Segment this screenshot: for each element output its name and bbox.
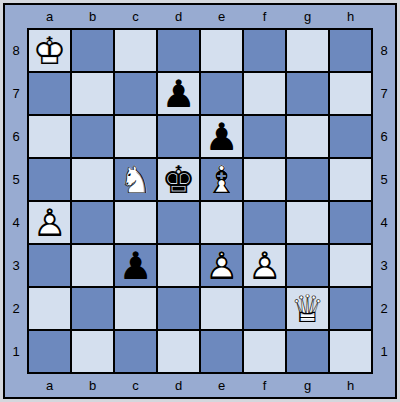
- square-f1[interactable]: [244, 331, 285, 372]
- file-label-g: g: [304, 379, 311, 392]
- white-king: ♚♔: [29, 30, 70, 71]
- chess-board: ♚♔♟♟♞♘♚♝♗♟♙♟♟♙♟♙♛♕: [27, 28, 373, 374]
- square-d4[interactable]: [158, 202, 199, 243]
- square-f7[interactable]: [244, 73, 285, 114]
- square-g6[interactable]: [287, 116, 328, 157]
- square-b6[interactable]: [72, 116, 113, 157]
- white-pawn: ♟♙: [29, 202, 70, 243]
- file-label-f: f: [263, 379, 267, 392]
- square-d6[interactable]: [158, 116, 199, 157]
- square-f8[interactable]: [244, 30, 285, 71]
- square-c3[interactable]: ♟: [115, 245, 156, 286]
- coordinate-band: abcdefgh 87654321 ♚♔♟♟♞♘♚♝♗♟♙♟♟♙♟♙♛♕ 876…: [5, 5, 395, 397]
- rank-label-2: 2: [12, 302, 19, 315]
- square-b4[interactable]: [72, 202, 113, 243]
- square-b7[interactable]: [72, 73, 113, 114]
- file-label-h: h: [347, 10, 354, 23]
- square-d1[interactable]: [158, 331, 199, 372]
- rank-label-4: 4: [380, 216, 387, 229]
- square-d5[interactable]: ♚: [158, 159, 199, 200]
- file-label-c: c: [132, 379, 139, 392]
- rank-label-6: 6: [380, 130, 387, 143]
- square-a8[interactable]: ♚♔: [29, 30, 70, 71]
- square-f4[interactable]: [244, 202, 285, 243]
- square-c2[interactable]: [115, 288, 156, 329]
- square-c6[interactable]: [115, 116, 156, 157]
- rank-label-6: 6: [12, 130, 19, 143]
- rank-label-8: 8: [12, 44, 19, 57]
- file-label-g: g: [304, 10, 311, 23]
- black-king: ♚: [158, 159, 199, 200]
- file-label-e: e: [218, 379, 225, 392]
- rank-label-1: 1: [380, 345, 387, 358]
- square-d7[interactable]: ♟: [158, 73, 199, 114]
- square-h5[interactable]: [330, 159, 371, 200]
- square-d8[interactable]: [158, 30, 199, 71]
- black-pawn: ♟: [201, 116, 242, 157]
- square-h1[interactable]: [330, 331, 371, 372]
- rank-label-8: 8: [380, 44, 387, 57]
- square-a6[interactable]: [29, 116, 70, 157]
- square-b5[interactable]: [72, 159, 113, 200]
- rank-labels-right: 87654321: [373, 28, 395, 374]
- square-c4[interactable]: [115, 202, 156, 243]
- square-c5[interactable]: ♞♘: [115, 159, 156, 200]
- white-knight: ♞♘: [115, 159, 156, 200]
- rank-label-7: 7: [12, 87, 19, 100]
- square-a3[interactable]: [29, 245, 70, 286]
- square-h7[interactable]: [330, 73, 371, 114]
- square-d3[interactable]: [158, 245, 199, 286]
- square-b3[interactable]: [72, 245, 113, 286]
- square-e2[interactable]: [201, 288, 242, 329]
- file-label-b: b: [89, 379, 96, 392]
- square-b8[interactable]: [72, 30, 113, 71]
- square-h4[interactable]: [330, 202, 371, 243]
- file-label-a: a: [46, 379, 53, 392]
- square-a4[interactable]: ♟♙: [29, 202, 70, 243]
- square-g1[interactable]: [287, 331, 328, 372]
- file-label-a: a: [46, 10, 53, 23]
- white-queen: ♛♕: [287, 288, 328, 329]
- square-c1[interactable]: [115, 331, 156, 372]
- rank-label-1: 1: [12, 345, 19, 358]
- rank-label-3: 3: [380, 259, 387, 272]
- square-g7[interactable]: [287, 73, 328, 114]
- square-c8[interactable]: [115, 30, 156, 71]
- square-g5[interactable]: [287, 159, 328, 200]
- square-f5[interactable]: [244, 159, 285, 200]
- black-pawn: ♟: [158, 73, 199, 114]
- black-pawn: ♟: [115, 245, 156, 286]
- file-label-d: d: [175, 379, 182, 392]
- file-labels-top: abcdefgh: [27, 5, 373, 28]
- square-g8[interactable]: [287, 30, 328, 71]
- square-e8[interactable]: [201, 30, 242, 71]
- square-g2[interactable]: ♛♕: [287, 288, 328, 329]
- square-h3[interactable]: [330, 245, 371, 286]
- rank-label-4: 4: [12, 216, 19, 229]
- square-a2[interactable]: [29, 288, 70, 329]
- white-pawn: ♟♙: [201, 245, 242, 286]
- rank-label-2: 2: [380, 302, 387, 315]
- square-e4[interactable]: [201, 202, 242, 243]
- white-pawn: ♟♙: [244, 245, 285, 286]
- square-h6[interactable]: [330, 116, 371, 157]
- file-label-b: b: [89, 10, 96, 23]
- rank-label-5: 5: [380, 173, 387, 186]
- square-h2[interactable]: [330, 288, 371, 329]
- square-a1[interactable]: [29, 331, 70, 372]
- rank-label-3: 3: [12, 259, 19, 272]
- square-f2[interactable]: [244, 288, 285, 329]
- square-g4[interactable]: [287, 202, 328, 243]
- square-f3[interactable]: ♟♙: [244, 245, 285, 286]
- square-e6[interactable]: ♟: [201, 116, 242, 157]
- board-frame: abcdefgh 87654321 ♚♔♟♟♞♘♚♝♗♟♙♟♟♙♟♙♛♕ 876…: [0, 0, 400, 402]
- file-label-c: c: [132, 10, 139, 23]
- square-e3[interactable]: ♟♙: [201, 245, 242, 286]
- square-b2[interactable]: [72, 288, 113, 329]
- square-h8[interactable]: [330, 30, 371, 71]
- square-a5[interactable]: [29, 159, 70, 200]
- square-a7[interactable]: [29, 73, 70, 114]
- file-label-h: h: [347, 379, 354, 392]
- square-c7[interactable]: [115, 73, 156, 114]
- file-label-d: d: [175, 10, 182, 23]
- square-g3[interactable]: [287, 245, 328, 286]
- file-label-f: f: [263, 10, 267, 23]
- square-e5[interactable]: ♝♗: [201, 159, 242, 200]
- file-labels-bottom: abcdefgh: [27, 374, 373, 397]
- square-e7[interactable]: [201, 73, 242, 114]
- square-b1[interactable]: [72, 331, 113, 372]
- square-e1[interactable]: [201, 331, 242, 372]
- rank-label-5: 5: [12, 173, 19, 186]
- square-d2[interactable]: [158, 288, 199, 329]
- white-bishop: ♝♗: [201, 159, 242, 200]
- rank-label-7: 7: [380, 87, 387, 100]
- file-label-e: e: [218, 10, 225, 23]
- rank-labels-left: 87654321: [5, 28, 27, 374]
- square-f6[interactable]: [244, 116, 285, 157]
